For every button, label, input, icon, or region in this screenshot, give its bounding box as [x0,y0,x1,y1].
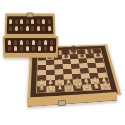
stored-piece [50,46,53,51]
board-latch-icon [58,100,66,107]
piece-white-rook[interactable]: ♜ [37,84,47,92]
stored-piece-row [7,26,53,31]
stored-piece [20,19,23,24]
stored-piece [31,19,34,24]
square-b4[interactable] [46,70,55,76]
stored-piece [20,46,23,51]
square-e1[interactable]: ♚ [73,85,83,91]
stored-piece [9,26,12,31]
box-base-interior [5,38,57,53]
stored-piece [8,40,11,45]
piece-white-bishop[interactable]: ♝ [55,82,65,91]
stored-piece [44,46,47,51]
stored-piece [38,40,41,45]
stored-piece [37,26,40,31]
stored-piece [8,46,11,51]
stored-piece [20,40,23,45]
square-f1[interactable]: ♝ [82,84,92,90]
stored-piece [48,26,51,31]
box-base [3,36,59,58]
stored-piece [15,19,18,24]
stored-piece [9,19,12,24]
piece-white-rook[interactable]: ♜ [101,81,110,89]
stored-piece-row [5,46,56,51]
stored-piece [26,26,29,31]
stored-piece [31,26,34,31]
piece-white-knight[interactable]: ♞ [92,81,101,90]
square-d1[interactable]: ♛ [64,85,74,91]
square-g1[interactable]: ♞ [91,84,101,90]
stored-piece-row [5,40,56,45]
product-photo: ♜♞♝♛♚♝♞♜♟♟♟♟♟♟♟♟♟♟♟♟♟♟♟♟♜♞♝♛♚♝♞♜ [0,0,125,125]
stored-piece [32,46,35,51]
stored-piece [47,19,50,24]
square-a1[interactable]: ♜ [37,86,46,92]
box-lid [5,13,56,36]
square-c1[interactable]: ♝ [55,85,64,91]
stored-piece-row [7,19,53,24]
stored-piece [37,19,40,24]
box-latch-icon [27,12,34,17]
stored-piece [38,46,41,51]
stored-piece [14,46,17,51]
stored-piece [50,40,53,45]
stored-piece [26,40,29,45]
square-c5[interactable] [54,64,63,69]
stored-piece [26,46,29,51]
square-h1[interactable]: ♜ [100,83,110,89]
box-lid-interior [7,16,54,34]
stored-piece [44,40,47,45]
piece-white-queen[interactable]: ♛ [64,80,74,91]
storage-box [3,13,58,59]
stored-piece [42,26,45,31]
stored-piece [14,40,17,45]
stored-piece [15,26,18,31]
stored-piece [42,19,45,24]
square-a6[interactable] [38,60,46,65]
stored-piece [20,26,23,31]
piece-white-king[interactable]: ♚ [73,79,83,91]
piece-white-knight[interactable]: ♞ [46,83,56,92]
stored-piece [32,40,35,45]
piece-white-bishop[interactable]: ♝ [83,81,92,90]
square-b1[interactable]: ♞ [46,86,55,92]
stored-piece [26,19,29,24]
